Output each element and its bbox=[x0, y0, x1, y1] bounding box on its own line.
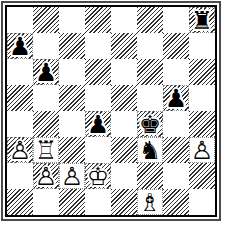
white-rook-icon: ♖ bbox=[33, 137, 59, 163]
square-a6[interactable] bbox=[7, 59, 33, 85]
square-h5[interactable] bbox=[189, 85, 215, 111]
black-pawn-icon: ♟ bbox=[33, 59, 59, 85]
square-b7[interactable] bbox=[33, 33, 59, 59]
square-g3[interactable] bbox=[163, 137, 189, 163]
black-pawn-piece: ♟♟ bbox=[33, 59, 59, 85]
square-a3[interactable]: ♟♙ bbox=[7, 137, 33, 163]
square-a7[interactable]: ♟♟ bbox=[7, 33, 33, 59]
square-d5[interactable] bbox=[85, 85, 111, 111]
board-frame: ♜♜♟♟♟♟♟♟♟♟♚♚♟♙♜♖♞♞♟♙♟♙♟♙♚♔♝♗ bbox=[1, 1, 221, 221]
square-g4[interactable] bbox=[163, 111, 189, 137]
square-h4[interactable] bbox=[189, 111, 215, 137]
square-g1[interactable] bbox=[163, 189, 189, 215]
black-rook-icon: ♜ bbox=[189, 7, 215, 33]
square-a5[interactable] bbox=[7, 85, 33, 111]
square-f5[interactable] bbox=[137, 85, 163, 111]
square-d1[interactable] bbox=[85, 189, 111, 215]
square-c7[interactable] bbox=[59, 33, 85, 59]
square-f8[interactable] bbox=[137, 7, 163, 33]
square-b4[interactable] bbox=[33, 111, 59, 137]
square-b1[interactable] bbox=[33, 189, 59, 215]
square-h7[interactable] bbox=[189, 33, 215, 59]
square-h1[interactable] bbox=[189, 189, 215, 215]
square-c8[interactable] bbox=[59, 7, 85, 33]
square-e4[interactable] bbox=[111, 111, 137, 137]
white-pawn-piece: ♟♙ bbox=[7, 137, 33, 163]
square-g2[interactable] bbox=[163, 163, 189, 189]
black-pawn-piece: ♟♟ bbox=[85, 111, 111, 137]
square-f2[interactable] bbox=[137, 163, 163, 189]
square-h3[interactable]: ♟♙ bbox=[189, 137, 215, 163]
square-a2[interactable] bbox=[7, 163, 33, 189]
square-g8[interactable] bbox=[163, 7, 189, 33]
black-pawn-icon: ♟ bbox=[163, 85, 189, 111]
square-c5[interactable] bbox=[59, 85, 85, 111]
square-e2[interactable] bbox=[111, 163, 137, 189]
square-a4[interactable] bbox=[7, 111, 33, 137]
square-a8[interactable] bbox=[7, 7, 33, 33]
white-bishop-piece: ♝♗ bbox=[137, 189, 163, 215]
white-pawn-icon: ♙ bbox=[33, 163, 59, 189]
square-f3[interactable]: ♞♞ bbox=[137, 137, 163, 163]
square-e3[interactable] bbox=[111, 137, 137, 163]
square-b2[interactable]: ♟♙ bbox=[33, 163, 59, 189]
black-king-piece: ♚♚ bbox=[137, 111, 163, 137]
square-c4[interactable] bbox=[59, 111, 85, 137]
square-e6[interactable] bbox=[111, 59, 137, 85]
white-pawn-piece: ♟♙ bbox=[59, 163, 85, 189]
white-king-icon: ♔ bbox=[85, 163, 111, 189]
square-b8[interactable] bbox=[33, 7, 59, 33]
square-e5[interactable] bbox=[111, 85, 137, 111]
square-f1[interactable]: ♝♗ bbox=[137, 189, 163, 215]
square-h6[interactable] bbox=[189, 59, 215, 85]
chess-diagram-page: ♜♜♟♟♟♟♟♟♟♟♚♚♟♙♜♖♞♞♟♙♟♙♟♙♚♔♝♗ bbox=[0, 0, 225, 226]
square-d6[interactable] bbox=[85, 59, 111, 85]
square-h2[interactable] bbox=[189, 163, 215, 189]
square-e7[interactable] bbox=[111, 33, 137, 59]
square-d3[interactable] bbox=[85, 137, 111, 163]
black-king-icon: ♚ bbox=[137, 111, 163, 137]
square-c6[interactable] bbox=[59, 59, 85, 85]
square-g6[interactable] bbox=[163, 59, 189, 85]
white-pawn-icon: ♙ bbox=[7, 137, 33, 163]
white-bishop-icon: ♗ bbox=[137, 189, 163, 215]
square-d4[interactable]: ♟♟ bbox=[85, 111, 111, 137]
black-rook-piece: ♜♜ bbox=[189, 7, 215, 33]
square-b3[interactable]: ♜♖ bbox=[33, 137, 59, 163]
square-b6[interactable]: ♟♟ bbox=[33, 59, 59, 85]
square-g7[interactable] bbox=[163, 33, 189, 59]
white-king-piece: ♚♔ bbox=[85, 163, 111, 189]
square-g5[interactable]: ♟♟ bbox=[163, 85, 189, 111]
black-knight-icon: ♞ bbox=[137, 137, 163, 163]
black-pawn-piece: ♟♟ bbox=[163, 85, 189, 111]
square-a1[interactable] bbox=[7, 189, 33, 215]
black-pawn-piece: ♟♟ bbox=[7, 33, 33, 59]
black-pawn-icon: ♟ bbox=[7, 33, 33, 59]
white-pawn-piece: ♟♙ bbox=[33, 163, 59, 189]
white-pawn-piece: ♟♙ bbox=[189, 137, 215, 163]
square-c3[interactable] bbox=[59, 137, 85, 163]
white-pawn-icon: ♙ bbox=[59, 163, 85, 189]
white-pawn-icon: ♙ bbox=[189, 137, 215, 163]
chess-board: ♜♜♟♟♟♟♟♟♟♟♚♚♟♙♜♖♞♞♟♙♟♙♟♙♚♔♝♗ bbox=[5, 5, 217, 217]
white-rook-piece: ♜♖ bbox=[33, 137, 59, 163]
square-e1[interactable] bbox=[111, 189, 137, 215]
square-d7[interactable] bbox=[85, 33, 111, 59]
square-f7[interactable] bbox=[137, 33, 163, 59]
square-e8[interactable] bbox=[111, 7, 137, 33]
square-f4[interactable]: ♚♚ bbox=[137, 111, 163, 137]
square-h8[interactable]: ♜♜ bbox=[189, 7, 215, 33]
square-b5[interactable] bbox=[33, 85, 59, 111]
black-pawn-icon: ♟ bbox=[85, 111, 111, 137]
square-c1[interactable] bbox=[59, 189, 85, 215]
square-d2[interactable]: ♚♔ bbox=[85, 163, 111, 189]
black-knight-piece: ♞♞ bbox=[137, 137, 163, 163]
square-c2[interactable]: ♟♙ bbox=[59, 163, 85, 189]
square-d8[interactable] bbox=[85, 7, 111, 33]
square-f6[interactable] bbox=[137, 59, 163, 85]
